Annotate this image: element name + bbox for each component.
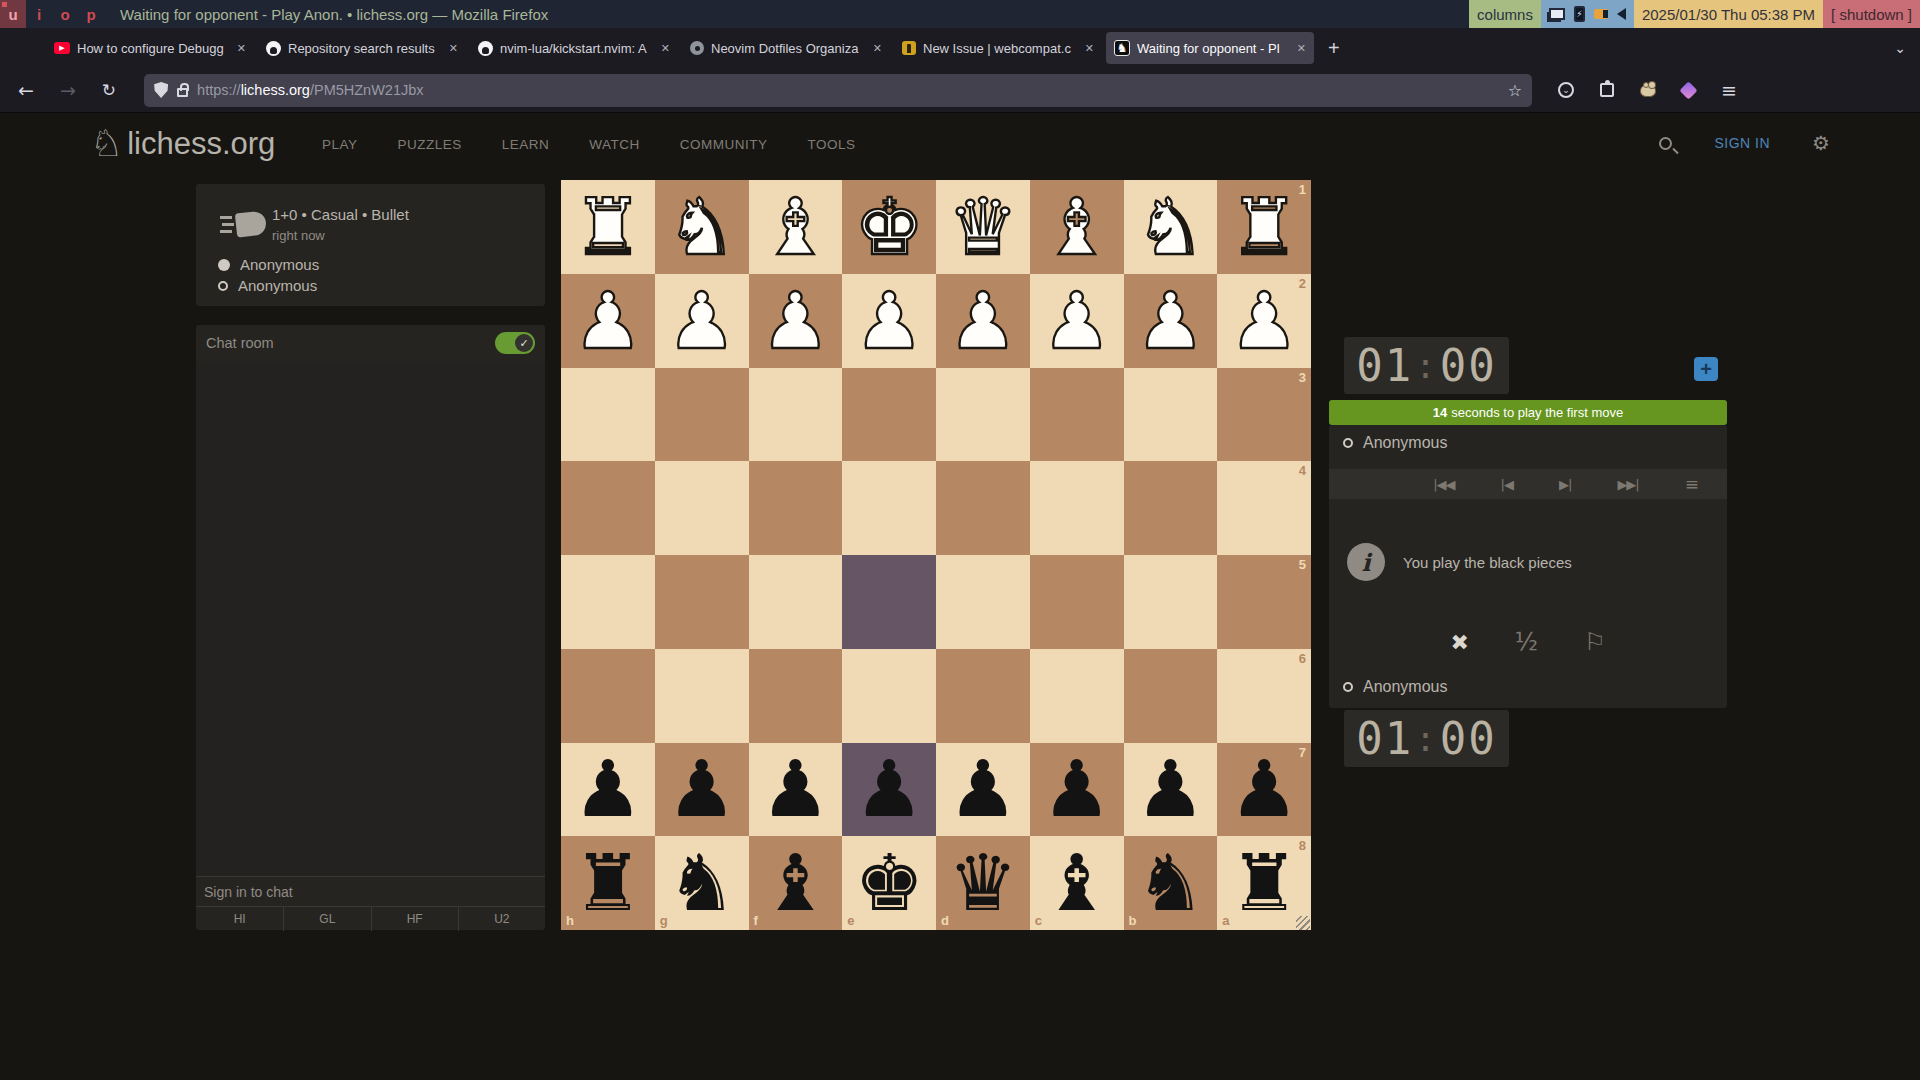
game-meta-box: 1+0 • Casual • Bullet right now Anonymou… xyxy=(196,184,545,306)
square-c1[interactable]: ♝ xyxy=(1030,180,1124,274)
square-g8[interactable]: ♞g xyxy=(655,836,749,930)
tab-close-icon[interactable]: ✕ xyxy=(449,42,458,55)
black-rook[interactable]: ♜ xyxy=(1229,844,1299,922)
menu-icon[interactable]: ≡ xyxy=(1721,79,1737,101)
layout-indicator[interactable]: columns xyxy=(1469,0,1541,28)
black-pawn[interactable]: ♟ xyxy=(760,750,830,828)
square-b7[interactable]: ♟ xyxy=(1124,743,1218,837)
workspace-tag-u[interactable]: u xyxy=(0,0,26,28)
white-rook[interactable]: ♜ xyxy=(573,188,643,266)
square-b5[interactable] xyxy=(1124,555,1218,649)
black-bishop[interactable]: ♝ xyxy=(1042,844,1112,922)
player-white-name: Anonymous xyxy=(240,256,319,273)
square-d5[interactable] xyxy=(936,555,1030,649)
anon-circle-icon xyxy=(1343,438,1353,448)
square-g7[interactable]: ♟ xyxy=(655,743,749,837)
square-e7[interactable]: ♟ xyxy=(842,743,936,837)
square-b4[interactable] xyxy=(1124,461,1218,555)
square-c3[interactable] xyxy=(1030,368,1124,462)
screens-icon[interactable] xyxy=(1549,8,1565,20)
tab-close-icon[interactable]: ✕ xyxy=(237,42,246,55)
square-f2[interactable]: ♟ xyxy=(749,274,843,368)
workspace-tags: uiop xyxy=(0,0,104,28)
clock-minutes: 01 xyxy=(1356,340,1413,391)
rank-label-2: 2 xyxy=(1299,276,1306,291)
square-c4[interactable] xyxy=(1030,461,1124,555)
extensions-puzzle-icon[interactable] xyxy=(1600,83,1614,97)
chat-quick-buttons: HIGLHFU2 xyxy=(196,906,545,930)
file-label-g: g xyxy=(660,913,668,928)
black-queen[interactable]: ♛ xyxy=(948,844,1018,922)
white-knight[interactable]: ♞ xyxy=(667,188,737,266)
player-black-name: Anonymous xyxy=(238,277,317,294)
extension-icons: ⌄ ≡ xyxy=(1558,79,1737,101)
file-label-a: a xyxy=(1222,913,1229,928)
square-d7[interactable]: ♟ xyxy=(936,743,1030,837)
black-pawn[interactable]: ♟ xyxy=(573,750,643,828)
white-bishop[interactable]: ♝ xyxy=(760,188,830,266)
rank-label-3: 3 xyxy=(1299,370,1306,385)
bullet-icon xyxy=(220,210,266,240)
rank-label-8: 8 xyxy=(1299,838,1306,853)
square-f6[interactable] xyxy=(749,649,843,743)
square-f7[interactable]: ♟ xyxy=(749,743,843,837)
square-d4[interactable] xyxy=(936,461,1030,555)
nav-item-play[interactable]: PLAY xyxy=(322,137,358,152)
chat-header: Chat room ✓ xyxy=(196,325,545,361)
rank-label-5: 5 xyxy=(1299,557,1306,572)
square-f4[interactable] xyxy=(749,461,843,555)
nav-item-tools[interactable]: TOOLS xyxy=(808,137,856,152)
system-bar: uiop Waiting for opponent - Play Anon. •… xyxy=(0,0,1920,28)
white-rook[interactable]: ♜ xyxy=(1229,188,1299,266)
tab-close-icon[interactable]: ✕ xyxy=(661,42,670,55)
url-bar[interactable]: https://lichess.org/PM5HZnW21Jbx ☆ xyxy=(144,74,1532,107)
workspace-tag-p[interactable]: p xyxy=(78,0,104,28)
square-g4[interactable] xyxy=(655,461,749,555)
time-control: 1+0 • Casual • Bullet xyxy=(272,206,409,223)
system-tray: columns 2025/01/30 Thu 05:38 PM [ shutdo… xyxy=(1469,0,1920,28)
white-pawn[interactable]: ♟ xyxy=(1135,282,1205,360)
new-tab-button[interactable]: + xyxy=(1328,37,1340,60)
white-pawn[interactable]: ♟ xyxy=(573,282,643,360)
file-label-d: d xyxy=(941,913,949,928)
clock-separator: : xyxy=(1415,346,1437,386)
game-started: right now xyxy=(272,228,325,243)
youtube-icon xyxy=(54,42,70,54)
url-path: /PM5HZnW21Jbx xyxy=(310,82,424,98)
reload-button[interactable]: ↻ xyxy=(102,80,116,100)
chess-board[interactable]: ♜♞♝♚♛♝♞♜1♟♟♟♟♟♟♟♟23456♟♟♟♟♟♟♟♟7♜h♞g♝f♚e♛… xyxy=(561,180,1311,930)
search-icon[interactable] xyxy=(1659,137,1672,150)
tab-title: New Issue | webcompat.c xyxy=(923,41,1078,56)
square-h3[interactable] xyxy=(561,368,655,462)
square-b2[interactable]: ♟ xyxy=(1124,274,1218,368)
opponent-row: Anonymous xyxy=(1343,434,1448,452)
chat-title: Chat room xyxy=(206,335,495,351)
white-pawn[interactable]: ♟ xyxy=(760,282,830,360)
black-rook[interactable]: ♜ xyxy=(573,844,643,922)
browser-tab[interactable]: Neovim Dotfiles Organiza✕ xyxy=(682,32,890,64)
rank-label-1: 1 xyxy=(1299,182,1306,197)
abort-button[interactable]: ✖ xyxy=(1450,630,1468,655)
chat-messages[interactable] xyxy=(196,361,545,876)
github-icon xyxy=(266,41,281,56)
give-more-time-button[interactable]: + xyxy=(1694,357,1718,381)
last-move-button[interactable]: ▶▶| xyxy=(1617,477,1638,492)
square-d8[interactable]: ♛d xyxy=(936,836,1030,930)
black-pawn[interactable]: ♟ xyxy=(1042,750,1112,828)
file-label-c: c xyxy=(1035,913,1042,928)
square-b6[interactable] xyxy=(1124,649,1218,743)
knight-logo-icon: ♘ xyxy=(90,122,123,165)
workspace-tag-o[interactable]: o xyxy=(52,0,78,28)
rank-label-4: 4 xyxy=(1299,463,1306,478)
tab-title: How to configure Debugg xyxy=(77,41,230,56)
square-e2[interactable]: ♟ xyxy=(842,274,936,368)
speaker-icon[interactable] xyxy=(1617,8,1626,20)
black-pawn[interactable]: ♟ xyxy=(948,750,1018,828)
forward-button[interactable]: → xyxy=(60,79,76,101)
browser-tab[interactable]: New Issue | webcompat.c✕ xyxy=(894,32,1102,64)
square-g6[interactable] xyxy=(655,649,749,743)
square-e4[interactable] xyxy=(842,461,936,555)
first-move-button[interactable]: |◀◀ xyxy=(1433,477,1454,492)
white-pawn[interactable]: ♟ xyxy=(854,282,924,360)
list-all-tabs-button[interactable]: ⌄ xyxy=(1894,40,1906,56)
site-header: ♘ lichess.org PLAYPUZZLESLEARNWATCHCOMMU… xyxy=(0,113,1920,175)
url-domain: lichess.org xyxy=(241,82,310,98)
nav-item-community[interactable]: COMMUNITY xyxy=(680,137,768,152)
player-white-row: Anonymous xyxy=(218,256,319,273)
nav-item-puzzles[interactable]: PUZZLES xyxy=(398,137,462,152)
board-resize-handle[interactable] xyxy=(1296,916,1310,930)
rank-label-7: 7 xyxy=(1299,745,1306,760)
white-queen[interactable]: ♛ xyxy=(948,188,1018,266)
browser-toolbar: ← → ↻ https://lichess.org/PM5HZnW21Jbx ☆… xyxy=(0,68,1920,113)
browser-tab[interactable]: Waiting for opponent - Pl✕ xyxy=(1106,32,1314,64)
square-h5[interactable] xyxy=(561,555,655,649)
player-name: Anonymous xyxy=(1363,678,1448,696)
square-e1[interactable]: ♚ xyxy=(842,180,936,274)
square-h7[interactable]: ♟ xyxy=(561,743,655,837)
square-d2[interactable]: ♟ xyxy=(936,274,1030,368)
white-pawn[interactable]: ♟ xyxy=(667,282,737,360)
tab-title: nvim-lua/kickstart.nvim: A xyxy=(500,41,654,56)
square-c8[interactable]: ♝c xyxy=(1030,836,1124,930)
square-f3[interactable] xyxy=(749,368,843,462)
tab-title: Waiting for opponent - Pl xyxy=(1137,41,1290,56)
lichess-page: ♘ lichess.org PLAYPUZZLESLEARNWATCHCOMMU… xyxy=(0,113,1920,1080)
square-a6[interactable]: 6 xyxy=(1217,649,1311,743)
player-clock: 01:00 xyxy=(1344,710,1509,767)
opponent-name: Anonymous xyxy=(1363,434,1448,452)
pocket-icon[interactable]: ⌄ xyxy=(1558,82,1574,98)
square-a7[interactable]: ♟7 xyxy=(1217,743,1311,837)
chat-quick-button-hf[interactable]: HF xyxy=(371,907,458,931)
black-knight[interactable]: ♞ xyxy=(667,844,737,922)
lichess-icon xyxy=(1114,40,1130,56)
square-c6[interactable] xyxy=(1030,649,1124,743)
square-a3[interactable]: 3 xyxy=(1217,368,1311,462)
white-king[interactable]: ♚ xyxy=(854,188,924,266)
banner-seconds: 14 xyxy=(1433,405,1447,420)
game-controls-panel: Anonymous |◀◀|◀▶|▶▶|≡ i You play the bla… xyxy=(1329,425,1727,708)
frog-extension-icon[interactable] xyxy=(1640,84,1656,97)
back-button[interactable]: ← xyxy=(18,79,34,101)
square-c7[interactable]: ♟ xyxy=(1030,743,1124,837)
white-pawn[interactable]: ♟ xyxy=(1042,282,1112,360)
black-pawn[interactable]: ♟ xyxy=(1135,750,1205,828)
black-pawn[interactable]: ♟ xyxy=(854,750,924,828)
square-f8[interactable]: ♝f xyxy=(749,836,843,930)
url-scheme: https:// xyxy=(197,82,241,98)
square-d1[interactable]: ♛ xyxy=(936,180,1030,274)
rank-label-6: 6 xyxy=(1299,651,1306,666)
black-knight[interactable]: ♞ xyxy=(1135,844,1205,922)
chat-quick-button-u2[interactable]: U2 xyxy=(458,907,545,931)
clock-minutes: 01 xyxy=(1356,713,1413,764)
neovim-icon xyxy=(690,41,704,55)
square-g5[interactable] xyxy=(655,555,749,649)
nav-item-watch[interactable]: WATCH xyxy=(589,137,640,152)
square-f5[interactable] xyxy=(749,555,843,649)
chat-quick-button-hi[interactable]: HI xyxy=(196,907,283,931)
tray-icons xyxy=(1541,0,1634,28)
chat-toggle-check-icon: ✓ xyxy=(515,334,533,352)
bookmark-star-icon[interactable]: ☆ xyxy=(1508,81,1522,100)
prev-move-button[interactable]: |◀ xyxy=(1501,477,1513,492)
main-nav: PLAYPUZZLESLEARNWATCHCOMMUNITYTOOLS xyxy=(322,137,856,152)
banner-text: seconds to play the first move xyxy=(1451,405,1623,420)
url-text[interactable]: https://lichess.org/PM5HZnW21Jbx xyxy=(197,82,423,98)
square-a5[interactable]: 5 xyxy=(1217,555,1311,649)
chat-panel: Chat room ✓ Sign in to chat HIGLHFU2 xyxy=(196,325,545,930)
square-h1[interactable]: ♜ xyxy=(561,180,655,274)
chat-quick-button-gl[interactable]: GL xyxy=(283,907,370,931)
square-g1[interactable]: ♞ xyxy=(655,180,749,274)
square-e6[interactable] xyxy=(842,649,936,743)
info-row: i You play the black pieces xyxy=(1347,543,1572,581)
tab-title: Repository search results xyxy=(288,41,442,56)
battery-icon xyxy=(1574,6,1585,22)
logo-text: lichess.org xyxy=(127,126,275,162)
white-knight[interactable]: ♞ xyxy=(1135,188,1205,266)
anon-circle-icon xyxy=(1343,682,1353,692)
black-king[interactable]: ♚ xyxy=(854,844,924,922)
square-h4[interactable] xyxy=(561,461,655,555)
lichess-logo[interactable]: ♘ lichess.org xyxy=(90,122,275,165)
square-e5[interactable] xyxy=(842,555,936,649)
browser-tab[interactable]: How to configure Debugg✕ xyxy=(46,32,254,64)
chat-signin-prompt[interactable]: Sign in to chat xyxy=(196,876,545,906)
clock-separator: : xyxy=(1415,719,1437,759)
info-icon: i xyxy=(1347,543,1385,581)
player-row: Anonymous xyxy=(1343,678,1448,696)
next-move-button[interactable]: ▶| xyxy=(1559,477,1571,492)
square-f1[interactable]: ♝ xyxy=(749,180,843,274)
resign-button[interactable]: ⚐ xyxy=(1584,628,1606,656)
github-icon xyxy=(478,41,493,56)
tab-close-icon[interactable]: ✕ xyxy=(1085,42,1094,55)
opponent-clock: 01:00 xyxy=(1344,337,1509,394)
clock-date: 2025/01/30 Thu 05:38 PM xyxy=(1634,0,1823,28)
square-b3[interactable] xyxy=(1124,368,1218,462)
window-title: Waiting for opponent - Play Anon. • lich… xyxy=(120,6,548,23)
square-g3[interactable] xyxy=(655,368,749,462)
tracking-shield-icon[interactable] xyxy=(154,82,168,98)
info-text: You play the black pieces xyxy=(1403,554,1572,571)
clock-seconds: 00 xyxy=(1440,340,1497,391)
tab-close-icon[interactable]: ✕ xyxy=(1297,42,1306,55)
white-side-icon xyxy=(218,259,230,271)
chat-toggle[interactable]: ✓ xyxy=(495,332,535,354)
square-h6[interactable] xyxy=(561,649,655,743)
tabs: How to configure Debugg✕Repository searc… xyxy=(46,32,1314,64)
square-a1[interactable]: ♜1 xyxy=(1217,180,1311,274)
square-h2[interactable]: ♟ xyxy=(561,274,655,368)
white-pawn[interactable]: ♟ xyxy=(1229,282,1299,360)
webcompat-icon xyxy=(902,41,916,55)
game-action-buttons: ✖½⚐ xyxy=(1329,628,1727,656)
square-e3[interactable] xyxy=(842,368,936,462)
square-d3[interactable] xyxy=(936,368,1030,462)
workspace-tag-i[interactable]: i xyxy=(26,0,52,28)
square-c5[interactable] xyxy=(1030,555,1124,649)
square-e8[interactable]: ♚e xyxy=(842,836,936,930)
first-move-banner: 14 seconds to play the first move xyxy=(1329,400,1727,425)
white-bishop[interactable]: ♝ xyxy=(1042,188,1112,266)
black-pawn[interactable]: ♟ xyxy=(1229,750,1299,828)
file-label-h: h xyxy=(566,913,574,928)
clock-seconds: 00 xyxy=(1440,713,1497,764)
shutdown-button[interactable]: [ shutdown ] xyxy=(1823,0,1920,28)
square-h8[interactable]: ♜h xyxy=(561,836,655,930)
diamond-extension-icon[interactable] xyxy=(1679,81,1697,99)
square-g2[interactable]: ♟ xyxy=(655,274,749,368)
nav-item-learn[interactable]: LEARN xyxy=(502,137,550,152)
browser-tab-bar: How to configure Debugg✕Repository searc… xyxy=(0,28,1920,68)
black-bishop[interactable]: ♝ xyxy=(760,844,830,922)
browser-tab[interactable]: Repository search results✕ xyxy=(258,32,466,64)
black-side-icon xyxy=(218,281,228,291)
menu-icon[interactable]: ≡ xyxy=(1685,474,1699,494)
move-controls: |◀◀|◀▶|▶▶|≡ xyxy=(1329,469,1727,499)
tab-close-icon[interactable]: ✕ xyxy=(873,42,882,55)
file-label-e: e xyxy=(847,913,854,928)
square-b1[interactable]: ♞ xyxy=(1124,180,1218,274)
square-c2[interactable]: ♟ xyxy=(1030,274,1124,368)
gear-icon[interactable]: ⚙ xyxy=(1812,131,1830,155)
player-black-row: Anonymous xyxy=(218,277,317,294)
file-label-f: f xyxy=(754,913,758,928)
browser-tab[interactable]: nvim-lua/kickstart.nvim: A✕ xyxy=(470,32,678,64)
square-a4[interactable]: 4 xyxy=(1217,461,1311,555)
tab-title: Neovim Dotfiles Organiza xyxy=(711,41,866,56)
square-d6[interactable] xyxy=(936,649,1030,743)
square-a2[interactable]: ♟2 xyxy=(1217,274,1311,368)
draw-offer-button[interactable]: ½ xyxy=(1515,628,1538,656)
file-label-b: b xyxy=(1129,913,1137,928)
header-right: SIGN IN ⚙ xyxy=(1659,131,1830,155)
white-pawn[interactable]: ♟ xyxy=(948,282,1018,360)
square-b8[interactable]: ♞b xyxy=(1124,836,1218,930)
black-pawn[interactable]: ♟ xyxy=(667,750,737,828)
sign-in-button[interactable]: SIGN IN xyxy=(1714,135,1770,151)
lock-icon[interactable] xyxy=(177,88,188,97)
